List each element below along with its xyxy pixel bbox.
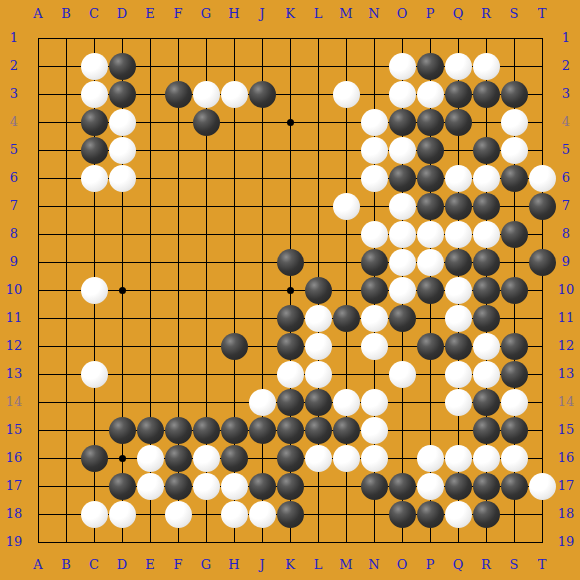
bottom-coord-label: D — [111, 557, 133, 573]
white-stone[interactable] — [193, 81, 220, 108]
black-stone[interactable] — [193, 417, 220, 444]
white-stone[interactable] — [361, 389, 388, 416]
white-stone[interactable] — [445, 53, 472, 80]
bottom-coord-label: N — [363, 557, 385, 573]
white-stone[interactable] — [81, 277, 108, 304]
black-stone[interactable] — [473, 193, 500, 220]
black-stone[interactable] — [277, 305, 304, 332]
white-stone[interactable] — [137, 445, 164, 472]
star-point — [287, 287, 294, 294]
white-stone[interactable] — [333, 389, 360, 416]
white-stone[interactable] — [529, 473, 556, 500]
white-stone[interactable] — [445, 221, 472, 248]
white-stone[interactable] — [417, 249, 444, 276]
white-stone[interactable] — [109, 109, 136, 136]
bottom-coord-label: S — [503, 557, 525, 573]
black-stone[interactable] — [417, 137, 444, 164]
left-coord-label: 11 — [3, 310, 25, 326]
right-coord-label: 2 — [555, 58, 577, 74]
white-stone[interactable] — [501, 389, 528, 416]
black-stone[interactable] — [501, 81, 528, 108]
top-coord-label: B — [55, 6, 77, 22]
black-stone[interactable] — [529, 249, 556, 276]
top-coord-label: J — [251, 6, 273, 22]
white-stone[interactable] — [501, 137, 528, 164]
top-coord-label: G — [195, 6, 217, 22]
black-stone[interactable] — [305, 277, 332, 304]
white-stone[interactable] — [109, 137, 136, 164]
black-stone[interactable] — [277, 501, 304, 528]
white-stone[interactable] — [361, 417, 388, 444]
white-stone[interactable] — [165, 501, 192, 528]
black-stone[interactable] — [473, 137, 500, 164]
white-stone[interactable] — [333, 193, 360, 220]
bottom-coord-label: T — [531, 557, 553, 573]
black-stone[interactable] — [277, 389, 304, 416]
black-stone[interactable] — [109, 53, 136, 80]
black-stone[interactable] — [165, 81, 192, 108]
top-coord-label: T — [531, 6, 553, 22]
black-stone[interactable] — [473, 277, 500, 304]
white-stone[interactable] — [445, 277, 472, 304]
top-coord-label: C — [83, 6, 105, 22]
right-coord-label: 3 — [555, 86, 577, 102]
white-stone[interactable] — [305, 445, 332, 472]
black-stone[interactable] — [501, 165, 528, 192]
white-stone[interactable] — [277, 361, 304, 388]
top-coord-label: K — [279, 6, 301, 22]
black-stone[interactable] — [361, 249, 388, 276]
black-stone[interactable] — [389, 501, 416, 528]
bottom-coord-label: O — [391, 557, 413, 573]
bottom-coord-label: P — [419, 557, 441, 573]
white-stone[interactable] — [81, 165, 108, 192]
black-stone[interactable] — [81, 109, 108, 136]
black-stone[interactable] — [277, 249, 304, 276]
white-stone[interactable] — [81, 53, 108, 80]
black-stone[interactable] — [277, 473, 304, 500]
white-stone[interactable] — [361, 445, 388, 472]
black-stone[interactable] — [473, 81, 500, 108]
left-coord-label: 16 — [3, 450, 25, 466]
white-stone[interactable] — [193, 445, 220, 472]
left-coord-label: 6 — [3, 170, 25, 186]
right-coord-label: 5 — [555, 142, 577, 158]
black-stone[interactable] — [333, 417, 360, 444]
white-stone[interactable] — [501, 445, 528, 472]
grid-vertical-line — [542, 38, 543, 543]
white-stone[interactable] — [445, 305, 472, 332]
top-coord-label: H — [223, 6, 245, 22]
black-stone[interactable] — [501, 221, 528, 248]
left-coord-label: 18 — [3, 506, 25, 522]
black-stone[interactable] — [249, 417, 276, 444]
white-stone[interactable] — [389, 277, 416, 304]
right-coord-label: 16 — [555, 450, 577, 466]
white-stone[interactable] — [109, 501, 136, 528]
white-stone[interactable] — [473, 361, 500, 388]
left-coord-label: 15 — [3, 422, 25, 438]
white-stone[interactable] — [221, 473, 248, 500]
white-stone[interactable] — [473, 221, 500, 248]
white-stone[interactable] — [389, 137, 416, 164]
black-stone[interactable] — [417, 193, 444, 220]
black-stone[interactable] — [389, 473, 416, 500]
bottom-coord-label: C — [83, 557, 105, 573]
white-stone[interactable] — [305, 305, 332, 332]
white-stone[interactable] — [389, 221, 416, 248]
black-stone[interactable] — [445, 333, 472, 360]
right-coord-label: 19 — [555, 534, 577, 550]
left-coord-label: 8 — [3, 226, 25, 242]
white-stone[interactable] — [389, 81, 416, 108]
left-coord-label: 14 — [3, 394, 25, 410]
black-stone[interactable] — [81, 445, 108, 472]
white-stone[interactable] — [249, 389, 276, 416]
top-coord-label: O — [391, 6, 413, 22]
black-stone[interactable] — [445, 193, 472, 220]
white-stone[interactable] — [137, 473, 164, 500]
right-coord-label: 1 — [555, 30, 577, 46]
black-stone[interactable] — [333, 305, 360, 332]
bottom-coord-label: L — [307, 557, 329, 573]
top-coord-label: D — [111, 6, 133, 22]
black-stone[interactable] — [193, 109, 220, 136]
top-coord-label: F — [167, 6, 189, 22]
white-stone[interactable] — [361, 221, 388, 248]
black-stone[interactable] — [165, 417, 192, 444]
black-stone[interactable] — [473, 501, 500, 528]
black-stone[interactable] — [417, 333, 444, 360]
white-stone[interactable] — [445, 389, 472, 416]
white-stone[interactable] — [361, 305, 388, 332]
white-stone[interactable] — [361, 109, 388, 136]
black-stone[interactable] — [389, 109, 416, 136]
white-stone[interactable] — [417, 81, 444, 108]
left-coord-label: 1 — [3, 30, 25, 46]
black-stone[interactable] — [501, 361, 528, 388]
white-stone[interactable] — [445, 501, 472, 528]
white-stone[interactable] — [417, 221, 444, 248]
black-stone[interactable] — [473, 417, 500, 444]
grid-horizontal-line — [38, 542, 543, 543]
black-stone[interactable] — [389, 305, 416, 332]
black-stone[interactable] — [445, 81, 472, 108]
white-stone[interactable] — [221, 81, 248, 108]
top-coord-label: E — [139, 6, 161, 22]
top-coord-label: A — [27, 6, 49, 22]
bottom-coord-label: K — [279, 557, 301, 573]
black-stone[interactable] — [445, 109, 472, 136]
black-stone[interactable] — [473, 473, 500, 500]
right-coord-label: 13 — [555, 366, 577, 382]
black-stone[interactable] — [529, 193, 556, 220]
bottom-coord-label: Q — [447, 557, 469, 573]
bottom-coord-label: F — [167, 557, 189, 573]
left-coord-label: 5 — [3, 142, 25, 158]
black-stone[interactable] — [277, 445, 304, 472]
star-point — [287, 119, 294, 126]
white-stone[interactable] — [473, 445, 500, 472]
bottom-coord-label: G — [195, 557, 217, 573]
white-stone[interactable] — [529, 165, 556, 192]
bottom-coord-label: B — [55, 557, 77, 573]
right-coord-label: 12 — [555, 338, 577, 354]
black-stone[interactable] — [277, 417, 304, 444]
black-stone[interactable] — [417, 109, 444, 136]
top-coord-label: N — [363, 6, 385, 22]
top-coord-label: R — [475, 6, 497, 22]
black-stone[interactable] — [305, 389, 332, 416]
black-stone[interactable] — [501, 417, 528, 444]
white-stone[interactable] — [389, 361, 416, 388]
right-coord-label: 18 — [555, 506, 577, 522]
top-coord-label: L — [307, 6, 329, 22]
black-stone[interactable] — [473, 249, 500, 276]
bottom-coord-label: E — [139, 557, 161, 573]
left-coord-label: 17 — [3, 478, 25, 494]
black-stone[interactable] — [221, 417, 248, 444]
white-stone[interactable] — [445, 445, 472, 472]
black-stone[interactable] — [109, 81, 136, 108]
star-point — [119, 455, 126, 462]
left-coord-label: 13 — [3, 366, 25, 382]
black-stone[interactable] — [501, 333, 528, 360]
right-coord-label: 8 — [555, 226, 577, 242]
black-stone[interactable] — [417, 165, 444, 192]
left-coord-label: 10 — [3, 282, 25, 298]
white-stone[interactable] — [193, 473, 220, 500]
black-stone[interactable] — [137, 417, 164, 444]
white-stone[interactable] — [389, 249, 416, 276]
black-stone[interactable] — [417, 501, 444, 528]
star-point — [119, 287, 126, 294]
right-coord-label: 17 — [555, 478, 577, 494]
white-stone[interactable] — [81, 81, 108, 108]
left-coord-label: 12 — [3, 338, 25, 354]
black-stone[interactable] — [473, 389, 500, 416]
black-stone[interactable] — [221, 445, 248, 472]
go-board[interactable]: AABBCCDDEEFFGGHHJJKKLLMMNNOOPPQQRRSSTT11… — [0, 0, 580, 580]
white-stone[interactable] — [305, 333, 332, 360]
left-coord-label: 3 — [3, 86, 25, 102]
black-stone[interactable] — [249, 473, 276, 500]
black-stone[interactable] — [277, 333, 304, 360]
white-stone[interactable] — [361, 333, 388, 360]
bottom-coord-label: A — [27, 557, 49, 573]
white-stone[interactable] — [417, 473, 444, 500]
left-coord-label: 7 — [3, 198, 25, 214]
white-stone[interactable] — [501, 109, 528, 136]
white-stone[interactable] — [473, 333, 500, 360]
black-stone[interactable] — [249, 81, 276, 108]
white-stone[interactable] — [333, 81, 360, 108]
black-stone[interactable] — [165, 445, 192, 472]
bottom-coord-label: M — [335, 557, 357, 573]
bottom-coord-label: R — [475, 557, 497, 573]
black-stone[interactable] — [165, 473, 192, 500]
right-coord-label: 7 — [555, 198, 577, 214]
right-coord-label: 6 — [555, 170, 577, 186]
bottom-coord-label: H — [223, 557, 245, 573]
right-coord-label: 4 — [555, 114, 577, 130]
white-stone[interactable] — [221, 501, 248, 528]
black-stone[interactable] — [361, 473, 388, 500]
black-stone[interactable] — [389, 165, 416, 192]
black-stone[interactable] — [501, 277, 528, 304]
white-stone[interactable] — [445, 165, 472, 192]
left-coord-label: 9 — [3, 254, 25, 270]
white-stone[interactable] — [109, 165, 136, 192]
black-stone[interactable] — [109, 473, 136, 500]
right-coord-label: 10 — [555, 282, 577, 298]
black-stone[interactable] — [473, 305, 500, 332]
white-stone[interactable] — [361, 137, 388, 164]
black-stone[interactable] — [81, 137, 108, 164]
black-stone[interactable] — [417, 277, 444, 304]
white-stone[interactable] — [417, 445, 444, 472]
left-coord-label: 2 — [3, 58, 25, 74]
black-stone[interactable] — [445, 473, 472, 500]
black-stone[interactable] — [445, 249, 472, 276]
right-coord-label: 9 — [555, 254, 577, 270]
top-coord-label: P — [419, 6, 441, 22]
top-coord-label: Q — [447, 6, 469, 22]
white-stone[interactable] — [473, 53, 500, 80]
black-stone[interactable] — [417, 53, 444, 80]
right-coord-label: 15 — [555, 422, 577, 438]
white-stone[interactable] — [333, 445, 360, 472]
left-coord-label: 19 — [3, 534, 25, 550]
black-stone[interactable] — [361, 277, 388, 304]
white-stone[interactable] — [389, 53, 416, 80]
white-stone[interactable] — [81, 501, 108, 528]
white-stone[interactable] — [249, 501, 276, 528]
black-stone[interactable] — [221, 333, 248, 360]
white-stone[interactable] — [81, 361, 108, 388]
top-coord-label: S — [503, 6, 525, 22]
left-coord-label: 4 — [3, 114, 25, 130]
black-stone[interactable] — [501, 473, 528, 500]
white-stone[interactable] — [305, 361, 332, 388]
black-stone[interactable] — [305, 417, 332, 444]
white-stone[interactable] — [473, 165, 500, 192]
white-stone[interactable] — [445, 361, 472, 388]
white-stone[interactable] — [361, 165, 388, 192]
right-coord-label: 11 — [555, 310, 577, 326]
top-coord-label: M — [335, 6, 357, 22]
bottom-coord-label: J — [251, 557, 273, 573]
black-stone[interactable] — [109, 417, 136, 444]
white-stone[interactable] — [389, 193, 416, 220]
right-coord-label: 14 — [555, 394, 577, 410]
